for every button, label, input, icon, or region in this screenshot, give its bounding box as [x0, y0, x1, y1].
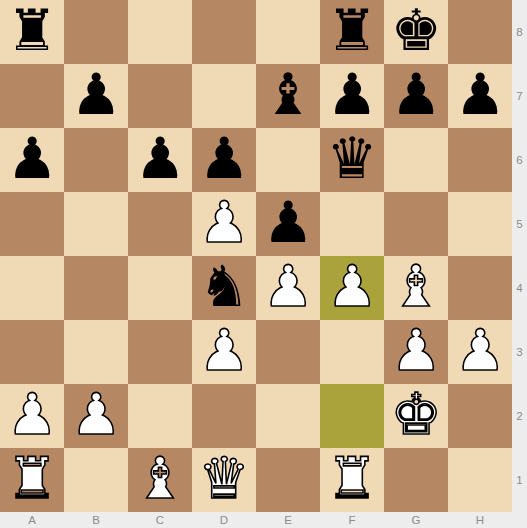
square-d6[interactable]: ♟: [192, 128, 256, 192]
piece-black-pawn[interactable]: ♟: [198, 126, 249, 190]
file-label-b: B: [64, 514, 128, 526]
piece-white-rook[interactable]: ♜: [6, 446, 57, 510]
piece-white-queen[interactable]: ♛: [198, 446, 249, 510]
square-b2[interactable]: ♟: [64, 384, 128, 448]
square-e5[interactable]: ♟: [256, 192, 320, 256]
square-c5[interactable]: [128, 192, 192, 256]
square-a8[interactable]: ♜: [0, 0, 64, 64]
square-f7[interactable]: ♟: [320, 64, 384, 128]
piece-white-pawn[interactable]: ♟: [70, 382, 121, 446]
square-h3[interactable]: ♟: [448, 320, 512, 384]
square-h1[interactable]: [448, 448, 512, 512]
square-d3[interactable]: ♟: [192, 320, 256, 384]
square-c1[interactable]: ♝: [128, 448, 192, 512]
piece-black-rook[interactable]: ♜: [326, 0, 377, 62]
square-c8[interactable]: [128, 0, 192, 64]
rank-coordinates: 87654321: [512, 0, 527, 512]
square-d7[interactable]: [192, 64, 256, 128]
square-d8[interactable]: [192, 0, 256, 64]
piece-white-pawn[interactable]: ♟: [262, 254, 313, 318]
square-h2[interactable]: [448, 384, 512, 448]
square-h8[interactable]: [448, 0, 512, 64]
file-label-f: F: [320, 514, 384, 526]
piece-white-pawn[interactable]: ♟: [454, 318, 505, 382]
square-e7[interactable]: ♝: [256, 64, 320, 128]
square-h4[interactable]: [448, 256, 512, 320]
piece-black-rook[interactable]: ♜: [6, 0, 57, 62]
square-b7[interactable]: ♟: [64, 64, 128, 128]
square-a4[interactable]: [0, 256, 64, 320]
piece-black-knight[interactable]: ♞: [198, 254, 249, 318]
square-f1[interactable]: ♜: [320, 448, 384, 512]
square-f6[interactable]: ♛: [320, 128, 384, 192]
square-f4[interactable]: ♟: [320, 256, 384, 320]
rank-label-8: 8: [512, 0, 527, 64]
square-c7[interactable]: [128, 64, 192, 128]
file-label-e: E: [256, 514, 320, 526]
square-f2[interactable]: [320, 384, 384, 448]
file-label-c: C: [128, 514, 192, 526]
square-e1[interactable]: [256, 448, 320, 512]
square-c2[interactable]: [128, 384, 192, 448]
square-b5[interactable]: [64, 192, 128, 256]
piece-white-pawn[interactable]: ♟: [326, 254, 377, 318]
square-e4[interactable]: ♟: [256, 256, 320, 320]
square-h7[interactable]: ♟: [448, 64, 512, 128]
square-a7[interactable]: [0, 64, 64, 128]
file-coordinates: ABCDEFGH: [0, 512, 527, 528]
rank-label-5: 5: [512, 192, 527, 256]
square-b8[interactable]: [64, 0, 128, 64]
square-f5[interactable]: [320, 192, 384, 256]
piece-white-rook[interactable]: ♜: [326, 446, 377, 510]
square-d1[interactable]: ♛: [192, 448, 256, 512]
square-e2[interactable]: [256, 384, 320, 448]
piece-black-pawn[interactable]: ♟: [6, 126, 57, 190]
square-f8[interactable]: ♜: [320, 0, 384, 64]
file-label-g: G: [384, 514, 448, 526]
square-g3[interactable]: ♟: [384, 320, 448, 384]
piece-black-queen[interactable]: ♛: [326, 126, 377, 190]
piece-white-pawn[interactable]: ♟: [6, 382, 57, 446]
square-c6[interactable]: ♟: [128, 128, 192, 192]
rank-label-7: 7: [512, 64, 527, 128]
square-a1[interactable]: ♜: [0, 448, 64, 512]
square-d4[interactable]: ♞: [192, 256, 256, 320]
chess-board-app: ♜♜♚♟♝♟♟♟♟♟♟♛♟♟♞♟♟♝♟♟♟♟♟♚♜♝♛♜ 87654321 AB…: [0, 0, 527, 528]
square-a6[interactable]: ♟: [0, 128, 64, 192]
square-g7[interactable]: ♟: [384, 64, 448, 128]
rank-label-6: 6: [512, 128, 527, 192]
piece-black-pawn[interactable]: ♟: [134, 126, 185, 190]
piece-black-pawn[interactable]: ♟: [262, 190, 313, 254]
piece-black-pawn[interactable]: ♟: [70, 62, 121, 126]
square-f3[interactable]: [320, 320, 384, 384]
square-g1[interactable]: [384, 448, 448, 512]
square-c3[interactable]: [128, 320, 192, 384]
square-h5[interactable]: [448, 192, 512, 256]
piece-black-pawn[interactable]: ♟: [390, 62, 441, 126]
square-b6[interactable]: [64, 128, 128, 192]
square-b4[interactable]: [64, 256, 128, 320]
file-label-h: H: [448, 514, 512, 526]
square-b1[interactable]: [64, 448, 128, 512]
square-c4[interactable]: [128, 256, 192, 320]
file-label-a: A: [0, 514, 64, 526]
piece-black-pawn[interactable]: ♟: [454, 62, 505, 126]
square-e8[interactable]: [256, 0, 320, 64]
square-g4[interactable]: ♝: [384, 256, 448, 320]
square-a2[interactable]: ♟: [0, 384, 64, 448]
square-g5[interactable]: [384, 192, 448, 256]
square-a3[interactable]: [0, 320, 64, 384]
square-d5[interactable]: ♟: [192, 192, 256, 256]
piece-black-bishop[interactable]: ♝: [262, 62, 313, 126]
rank-label-1: 1: [512, 448, 527, 512]
piece-white-king[interactable]: ♚: [390, 382, 441, 446]
rank-label-4: 4: [512, 256, 527, 320]
square-e3[interactable]: [256, 320, 320, 384]
piece-white-pawn[interactable]: ♟: [390, 318, 441, 382]
square-d2[interactable]: [192, 384, 256, 448]
square-g2[interactable]: ♚: [384, 384, 448, 448]
piece-black-pawn[interactable]: ♟: [326, 62, 377, 126]
piece-white-pawn[interactable]: ♟: [198, 318, 249, 382]
file-label-d: D: [192, 514, 256, 526]
piece-black-king[interactable]: ♚: [390, 0, 441, 62]
rank-label-2: 2: [512, 384, 527, 448]
square-h6[interactable]: [448, 128, 512, 192]
square-e6[interactable]: [256, 128, 320, 192]
piece-white-bishop[interactable]: ♝: [134, 446, 185, 510]
square-g6[interactable]: [384, 128, 448, 192]
square-g8[interactable]: ♚: [384, 0, 448, 64]
piece-white-bishop[interactable]: ♝: [390, 254, 441, 318]
piece-white-pawn[interactable]: ♟: [198, 190, 249, 254]
chess-board: ♜♜♚♟♝♟♟♟♟♟♟♛♟♟♞♟♟♝♟♟♟♟♟♚♜♝♛♜: [0, 0, 512, 512]
square-a5[interactable]: [0, 192, 64, 256]
square-b3[interactable]: [64, 320, 128, 384]
rank-label-3: 3: [512, 320, 527, 384]
